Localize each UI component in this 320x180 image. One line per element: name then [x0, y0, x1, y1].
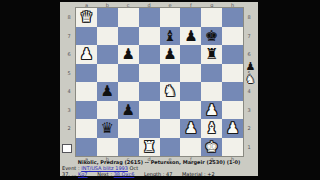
square-c4 [118, 82, 139, 101]
rank-label-8: 8 [245, 8, 253, 27]
black-rook-piece: ♜ [201, 45, 222, 64]
white-pawn-piece: ♟ [76, 45, 97, 64]
square-g4 [201, 82, 222, 101]
square-c6: ♟ [118, 45, 139, 64]
rank-labels-left: 87654321 [65, 8, 73, 156]
last-move-link[interactable]: Kg7 [78, 171, 88, 177]
square-c5 [118, 64, 139, 83]
white-king-piece: ♚ [201, 138, 222, 157]
square-c2 [118, 119, 139, 138]
square-b4: ♟ [97, 82, 118, 101]
square-e1 [160, 138, 181, 157]
square-g1: ♚ [201, 138, 222, 157]
black-pawn-piece: ♟ [180, 27, 201, 46]
square-g8 [201, 8, 222, 27]
square-e8 [160, 8, 181, 27]
next-label: Next : [97, 171, 112, 177]
black-pawn-piece: ♟ [97, 82, 118, 101]
square-a3 [76, 101, 97, 120]
square-d8 [139, 8, 160, 27]
square-g7: ♚ [201, 27, 222, 46]
square-a1 [76, 138, 97, 157]
square-c8 [118, 8, 139, 27]
square-e2 [160, 119, 181, 138]
square-f8 [180, 8, 201, 27]
rank-label-5: 5 [65, 64, 73, 83]
square-d3 [139, 101, 160, 120]
white-pawn-piece: ♟ [180, 119, 201, 138]
square-d6 [139, 45, 160, 64]
square-f1 [180, 138, 201, 157]
square-h1 [222, 138, 243, 157]
rank-label-7: 7 [245, 27, 253, 46]
rank-label-2: 2 [65, 119, 73, 138]
next-move-link[interactable]: 38.Qxc6 [114, 171, 135, 177]
rank-label-8: 8 [65, 8, 73, 27]
last-move-number: 37. ... [62, 171, 76, 177]
white-rook-piece: ♜ [139, 138, 160, 157]
square-f7: ♟ [180, 27, 201, 46]
square-b5 [97, 64, 118, 83]
square-a6: ♟ [76, 45, 97, 64]
square-a7 [76, 27, 97, 46]
square-b2: ♛ [97, 119, 118, 138]
square-d2 [139, 119, 160, 138]
rank-label-6: 6 [65, 45, 73, 64]
white-knight-piece: ♞ [160, 82, 181, 101]
square-e5 [160, 64, 181, 83]
square-a5 [76, 64, 97, 83]
square-h3 [222, 101, 243, 120]
square-d1: ♜ [139, 138, 160, 157]
square-e3 [160, 101, 181, 120]
square-h5 [222, 64, 243, 83]
material-label: Material : +2 [182, 171, 215, 177]
white-pawn-piece: ♟ [222, 119, 243, 138]
captured-black-pawn-icon: ♟ [244, 60, 257, 73]
square-f4 [180, 82, 201, 101]
captured-white-knight-icon: ♞ [244, 73, 257, 86]
white-to-move-indicator [62, 144, 72, 153]
square-h8 [222, 8, 243, 27]
material-tray: ♟ ♞ [244, 60, 257, 86]
rank-label-3: 3 [65, 101, 73, 120]
black-pawn-piece: ♟ [160, 45, 181, 64]
square-g2: ♝ [201, 119, 222, 138]
white-queen-piece: ♛ [76, 8, 97, 27]
rank-label-3: 3 [245, 101, 253, 120]
square-d4 [139, 82, 160, 101]
square-d7 [139, 27, 160, 46]
square-f6 [180, 45, 201, 64]
square-d5 [139, 64, 160, 83]
square-f5 [180, 64, 201, 83]
square-f3 [180, 101, 201, 120]
length-label: Length : 47 [144, 171, 172, 177]
white-bishop-piece: ♝ [201, 119, 222, 138]
square-e4: ♞ [160, 82, 181, 101]
square-e6: ♟ [160, 45, 181, 64]
rank-label-1: 1 [245, 138, 253, 157]
square-a4 [76, 82, 97, 101]
black-king-piece: ♚ [201, 27, 222, 46]
square-g5 [201, 64, 222, 83]
white-pawn-piece: ♟ [201, 101, 222, 120]
square-e7: ♝ [160, 27, 181, 46]
square-f2: ♟ [180, 119, 201, 138]
square-c3: ♟ [118, 101, 139, 120]
chess-board: ♛♝♟♚♟♟♟♜♟♞♟♟♛♟♝♟♜♚ [76, 8, 243, 156]
square-h2: ♟ [222, 119, 243, 138]
board-panel: abcdefgh ♛♝♟♚♟♟♟♜♟♞♟♟♛♟♝♟♜♚ 87654321 876… [60, 2, 258, 176]
square-c1 [118, 138, 139, 157]
square-b1 [97, 138, 118, 157]
moves-line: 37. ... Kg7 Next : 38.Qxc6 Length : 47 M… [60, 171, 258, 177]
square-b8 [97, 8, 118, 27]
rank-label-7: 7 [65, 27, 73, 46]
square-a8: ♛ [76, 8, 97, 27]
square-h6 [222, 45, 243, 64]
square-a2 [76, 119, 97, 138]
square-c7 [118, 27, 139, 46]
rank-label-4: 4 [65, 82, 73, 101]
square-b6 [97, 45, 118, 64]
square-g6: ♜ [201, 45, 222, 64]
square-b7 [97, 27, 118, 46]
rank-label-2: 2 [245, 119, 253, 138]
black-bishop-piece: ♝ [160, 27, 181, 46]
square-g3: ♟ [201, 101, 222, 120]
black-pawn-piece: ♟ [118, 45, 139, 64]
square-h4 [222, 82, 243, 101]
black-pawn-piece: ♟ [118, 101, 139, 120]
square-b3 [97, 101, 118, 120]
black-queen-piece: ♛ [97, 119, 118, 138]
square-h7 [222, 27, 243, 46]
game-caption: Nikolic, Predrag (2615) -- Petursson, Ma… [60, 159, 258, 177]
